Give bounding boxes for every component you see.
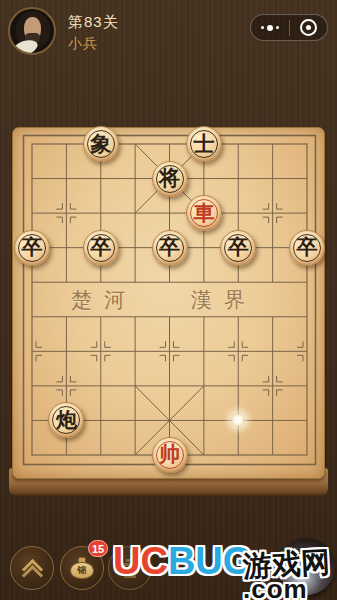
pagoda-icon <box>122 559 138 578</box>
piece-glyph: 帅 <box>159 443 180 464</box>
piece-black-pawn-2[interactable]: 卒 <box>83 230 119 266</box>
piece-glyph: 士 <box>193 133 214 154</box>
top-bar: 第83关 小兵 <box>0 0 337 64</box>
bag-count-badge: 15 <box>88 540 108 557</box>
xiangqi-board[interactable]: 楚河 漢界 象士将車卒卒卒卒卒炮帅 <box>12 127 325 479</box>
piece-black-elephant[interactable]: 象 <box>83 126 119 162</box>
river-label-right: 漢界 <box>191 286 257 314</box>
piece-glyph: 卒 <box>22 236 43 257</box>
piece-glyph: 炮 <box>56 409 77 430</box>
piece-glyph: 卒 <box>90 236 111 257</box>
piece-glyph: 卒 <box>228 236 249 257</box>
piece-glyph: 卒 <box>159 236 180 257</box>
piece-black-advisor[interactable]: 士 <box>186 126 222 162</box>
piece-glyph: 車 <box>193 202 214 223</box>
close-exit-button[interactable] <box>290 15 328 40</box>
decorative-sphere <box>278 538 335 595</box>
miniprogram-capsule <box>250 14 328 41</box>
extra-tool-button[interactable] <box>108 546 152 590</box>
money-bag-icon: 锦 <box>70 557 94 579</box>
piece-red-chariot[interactable]: 車 <box>186 195 222 231</box>
piece-black-pawn-4[interactable]: 卒 <box>220 230 256 266</box>
back-undo-button[interactable] <box>10 546 54 590</box>
piece-glyph: 象 <box>90 133 111 154</box>
level-label: 第83关 <box>68 13 119 32</box>
piece-red-general[interactable]: 帅 <box>152 437 188 473</box>
chevron-up-icon <box>24 560 40 576</box>
rank-title-label: 小兵 <box>68 35 98 53</box>
piece-black-general[interactable]: 将 <box>152 161 188 197</box>
target-circle-icon <box>300 19 317 36</box>
player-avatar[interactable] <box>8 7 56 55</box>
piece-black-pawn-1[interactable]: 卒 <box>14 230 50 266</box>
more-dots-icon <box>261 25 279 31</box>
piece-black-pawn-5[interactable]: 卒 <box>289 230 325 266</box>
piece-glyph: 将 <box>159 167 180 188</box>
piece-black-pawn-3[interactable]: 卒 <box>152 230 188 266</box>
piece-glyph: 卒 <box>297 236 318 257</box>
more-menu-button[interactable] <box>251 15 289 40</box>
river-label-left: 楚河 <box>71 286 137 314</box>
